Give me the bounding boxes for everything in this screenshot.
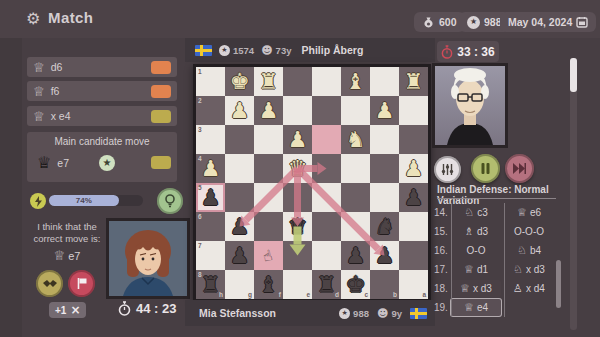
move-cell[interactable]: ♘x d3 [504,261,554,278]
queen-icon: ♕ [33,85,45,98]
rank-label: 2 [198,97,202,104]
player-top-name: Philip Åberg [301,44,363,56]
piece-icon: ♗ [464,226,474,237]
rank-label: 1 [198,68,202,75]
square-c6[interactable] [341,212,370,241]
move-cell[interactable]: ♕e6 [504,204,554,221]
calendar-icon [576,16,588,28]
piece-black-P-h5[interactable]: ♟ [196,183,225,212]
hint-bulb-button[interactable] [157,188,183,214]
square-a1[interactable]: ♜ [399,67,428,96]
file-label: a [422,291,426,298]
piece-white-R-f1[interactable]: ♜ [254,67,283,96]
square-e3[interactable]: ♟ [283,125,312,154]
square-a5[interactable]: ♟ [399,183,428,212]
piece-icon: ♕ [517,207,527,218]
piece-icon: ♘ [513,264,523,275]
clock-bottom-value: 44 : 23 [136,301,176,316]
move-cell[interactable]: ♕x d3 [451,280,501,297]
square-c2[interactable] [341,96,370,125]
square-f2[interactable]: ♟ [254,96,283,125]
square-g7[interactable]: ♟ [225,241,254,270]
square-d1[interactable] [312,67,341,96]
piece-white-P-h4[interactable]: ♟ [196,154,225,183]
square-h3[interactable]: 3 [196,125,225,154]
piece-black-P-b7[interactable]: ♟ [370,241,399,270]
move-number: 18. [434,283,451,294]
move-number: 14. [434,207,451,218]
player-bottom-rating: 988 [353,308,369,319]
move-cell[interactable]: O-O [451,242,501,259]
square-c3[interactable]: ♞ [341,125,370,154]
coins-chip[interactable]: 600 [414,12,465,32]
board-grid: 1♚♜♝♜2♟♟♟3♟♞4♟♛♟5♟♟6♟♛♞7♟♟♟8h♜gf♝ed♜c♚ba [196,67,428,299]
piece-white-B-c1[interactable]: ♝ [341,67,370,96]
chess-board: 1♚♜♝♜2♟♟♟3♟♞4♟♛♟5♟♟6♟♛♞7♟♟♟8h♜gf♝ed♜c♚ba… [193,64,431,302]
coins-value: 600 [439,16,457,28]
piece-black-K-c8[interactable]: ♚ [341,270,370,299]
piece-icon: ♕ [464,264,474,275]
evaluation-badge [151,61,171,74]
page-title: Match [48,9,93,26]
coach-suggested-move: ♕ e7 [22,248,112,263]
panel-scrollbar-track[interactable] [570,58,577,330]
square-e2[interactable] [283,96,312,125]
piece-white-P-b2[interactable]: ♟ [370,96,399,125]
piece-white-N-c3[interactable]: ♞ [341,125,370,154]
square-b1[interactable] [370,67,399,96]
square-b6[interactable]: ♞ [370,212,399,241]
player-bottom-clock: 44 : 23 [118,301,176,316]
stopwatch-icon [118,301,131,316]
player-top-avatar [432,63,508,148]
move-cell[interactable]: ♙x d4 [504,280,554,297]
rank-label: 7 [198,242,202,249]
move-text: O-O [467,245,486,256]
square-f3[interactable] [254,125,283,154]
candidate-move-row[interactable]: ♕ f6 [27,81,177,101]
piece-white-P-a4[interactable]: ♟ [399,154,428,183]
square-e7[interactable] [283,241,312,270]
move-number: 19. [434,302,451,313]
square-h1[interactable]: 1 [196,67,225,96]
square-b5[interactable] [370,183,399,212]
square-a4[interactable]: ♟ [399,154,428,183]
square-h2[interactable]: 2 [196,96,225,125]
square-g8[interactable]: g [225,270,254,299]
column-divider [451,203,452,317]
square-e5[interactable] [283,183,312,212]
file-label: b [393,291,397,298]
main-candidate-title: Main candidate move [27,132,177,147]
square-b2[interactable]: ♟ [370,96,399,125]
main-candidate-panel[interactable]: Main candidate move ♕ e7 ★ [27,132,177,182]
star-icon: ★ [467,16,480,29]
divider [437,198,556,199]
square-f5[interactable] [254,183,283,212]
square-b4[interactable] [370,154,399,183]
move-table-row: 17.♕d1♘x d3 [434,260,562,279]
pause-button[interactable] [471,154,500,183]
progress-label: 74% [76,196,92,205]
file-label: g [248,291,252,298]
queen-icon: ♕ [33,61,45,74]
square-g5[interactable] [225,183,254,212]
move-cell[interactable]: ♘c3 [451,204,501,221]
player-bottom-age: 9y [391,308,402,319]
square-h4[interactable]: 4♟ [196,154,225,183]
queen-icon: ♕ [33,110,45,123]
stopwatch-icon [441,45,453,59]
player-top-clock: 33 : 36 [437,41,499,62]
square-d2[interactable] [312,96,341,125]
age-face-icon: ☻ [261,44,272,57]
square-f7[interactable] [254,241,283,270]
square-e8[interactable]: e [283,270,312,299]
move-cell[interactable]: ♕e4 [451,299,501,316]
square-e4[interactable]: ♛ [283,154,312,183]
candidate-move-text: f6 [51,85,60,97]
plus-one-label: +1 [55,305,66,316]
piece-white-Q-e4[interactable]: ♛ [283,154,312,183]
move-text: d1 [477,264,488,275]
square-g4[interactable] [225,154,254,183]
player-top-rating: 1574 [233,45,254,56]
square-g3[interactable] [225,125,254,154]
square-d6[interactable] [312,212,341,241]
square-e6[interactable]: ♛ [283,212,312,241]
move-text: c3 [477,207,488,218]
move-text: x d3 [473,283,492,294]
square-d7[interactable] [312,241,341,270]
coach-message: I think that the correct move is: [22,221,112,246]
move-cell[interactable]: ♕d1 [451,261,501,278]
player-bottom-bar: Mia Stefansson ★ 988 ☻ 9y [185,300,435,326]
piece-white-P-g2[interactable]: ♟ [225,96,254,125]
move-cell[interactable]: ♗d3 [451,223,501,240]
date-chip[interactable]: May 04, 2024 [500,12,596,32]
stars-value: 988 [484,16,502,28]
square-e1[interactable] [283,67,312,96]
square-a6[interactable] [399,212,428,241]
age-face-icon: ☻ [377,307,388,320]
square-b8[interactable]: b [370,270,399,299]
piece-black-B-f8[interactable]: ♝ [254,270,283,299]
piece-black-P-g7[interactable]: ♟ [225,241,254,270]
draw-offer-handshake-button[interactable] [36,270,63,297]
move-table-row: 15.♗d3O-O-O [434,222,562,241]
move-table-row: 18.♕x d3♙x d4 [434,279,562,298]
square-h5[interactable]: 5♟ [196,183,225,212]
progress-fill: 74% [49,195,119,206]
piece-icon: ♕ [464,302,474,313]
app-window: ⚙ Match 600 ★ 988 May 04, 2024 ♕ d6 ♕ f [0,0,600,337]
top-bar: ⚙ Match 600 ★ 988 May 04, 2024 [0,0,600,38]
player-top-bar: ★ 1574 ☻ 73y Philip Åberg [185,38,435,62]
plus-one-dismiss-button[interactable]: +1 × [49,302,86,318]
move-text: O-O-O [514,226,544,237]
date-value: May 04, 2024 [508,16,572,28]
square-c1[interactable]: ♝ [341,67,370,96]
piece-black-Q-e6[interactable]: ♛ [283,212,312,241]
left-edge-strip [0,38,22,337]
evaluation-badge [151,85,171,98]
coach-move-text: e7 [68,250,80,262]
piece-icon: ♙ [513,283,523,294]
piece-white-P-f2[interactable]: ♟ [254,96,283,125]
square-d8[interactable]: d♜ [312,270,341,299]
move-cell[interactable]: ♘b4 [504,242,554,259]
evaluation-badge [151,110,171,123]
piece-white-R-a1[interactable]: ♜ [399,67,428,96]
square-a3[interactable] [399,125,428,154]
sweden-flag-icon [410,308,427,319]
square-c4[interactable] [341,154,370,183]
piece-black-R-d8[interactable]: ♜ [312,270,341,299]
rating-star-icon: ★ [219,45,230,56]
evaluation-badge [151,156,171,169]
piece-black-P-g6[interactable]: ♟ [225,212,254,241]
square-h8[interactable]: 8h♜ [196,270,225,299]
square-a2[interactable] [399,96,428,125]
move-table-row: 19.♕e4 [434,298,562,317]
candidate-move-text: d6 [51,61,63,73]
candidate-move-text: x e4 [51,110,71,122]
close-icon: × [70,303,80,317]
move-table: 14.♘c3♕e615.♗d3O-O-O16.O-O♘b417.♕d1♘x d3… [434,203,562,317]
move-text: b4 [530,245,541,256]
candidate-move-row[interactable]: ♕ x e4 [27,106,177,126]
square-c7[interactable]: ♟ [341,241,370,270]
square-d3[interactable] [312,125,341,154]
move-number: 15. [434,226,451,237]
player-bottom-name: Mia Stefansson [199,307,276,319]
square-c5[interactable] [341,183,370,212]
piece-black-P-a5[interactable]: ♟ [399,183,428,212]
clock-top-value: 33 : 36 [457,45,494,59]
square-a8[interactable]: a [399,270,428,299]
square-h7[interactable]: 7 [196,241,225,270]
piece-black-P-c7[interactable]: ♟ [341,241,370,270]
square-f4[interactable] [254,154,283,183]
energy-bolt-icon [30,193,46,209]
move-table-row: 16.O-O♘b4 [434,241,562,260]
piece-icon: ♘ [517,245,527,256]
movelist-scrollbar-thumb[interactable] [556,260,561,308]
move-text: e4 [477,302,488,313]
square-a7[interactable] [399,241,428,270]
file-label: e [306,291,310,298]
money-bag-icon [422,16,435,29]
column-divider [504,203,505,317]
panel-scrollbar-thumb[interactable] [570,58,577,92]
main-candidate-move: e7 [57,157,69,169]
move-cell[interactable]: O-O-O [504,223,554,240]
move-table-row: 14.♘c3♕e6 [434,203,562,222]
square-g2[interactable]: ♟ [225,96,254,125]
square-b3[interactable] [370,125,399,154]
rating-star-icon: ★ [339,308,350,319]
rank-label: 6 [198,213,202,220]
move-text: x d4 [526,283,545,294]
move-number: 16. [434,245,451,256]
queen-icon: ♕ [54,248,66,263]
move-text: e6 [530,207,541,218]
square-f1[interactable]: ♜ [254,67,283,96]
player-top-age: 73y [276,45,292,56]
move-cell-empty [504,299,554,316]
sweden-flag-icon [195,45,212,56]
square-d5[interactable] [312,183,341,212]
square-g6[interactable]: ♟ [225,212,254,241]
queen-icon: ♕ [37,153,51,172]
resign-flag-button[interactable] [68,270,95,297]
fast-forward-button[interactable] [505,154,534,183]
player-bottom-avatar [106,218,190,299]
square-c8[interactable]: c♚ [341,270,370,299]
move-text: d3 [477,226,488,237]
square-b7[interactable]: ♟ [370,241,399,270]
analysis-sliders-button[interactable] [434,156,461,183]
settings-gear-icon[interactable]: ⚙ [26,9,40,28]
piece-white-K-g1[interactable]: ♚ [225,67,254,96]
square-h6[interactable]: 6 [196,212,225,241]
move-text: x d3 [526,264,545,275]
analysis-progress-bar: 74% [49,195,143,206]
piece-black-R-h8[interactable]: ♜ [196,270,225,299]
square-f6[interactable] [254,212,283,241]
square-f8[interactable]: f♝ [254,270,283,299]
square-g1[interactable]: ♚ [225,67,254,96]
piece-black-N-b6[interactable]: ♞ [370,212,399,241]
candidate-move-row[interactable]: ♕ d6 [27,57,177,77]
square-d4[interactable] [312,154,341,183]
piece-icon: ♘ [464,207,474,218]
piece-white-P-e3[interactable]: ♟ [283,125,312,154]
favorite-star-button[interactable]: ★ [99,155,115,171]
piece-icon: ♕ [460,283,470,294]
move-number: 17. [434,264,451,275]
rank-label: 3 [198,126,202,133]
